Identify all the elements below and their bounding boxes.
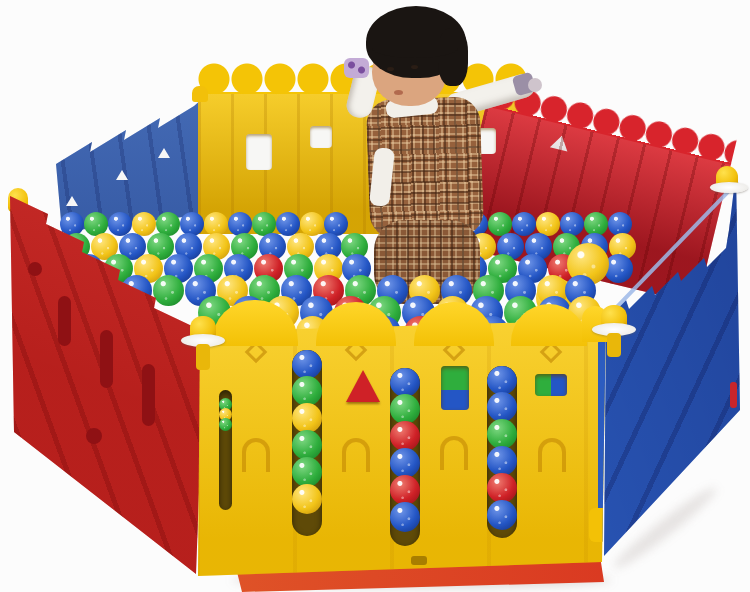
- front-panel-slot: [390, 368, 420, 546]
- ball-y: [292, 403, 322, 433]
- front-panel-slot: [292, 350, 322, 536]
- ball-g: [292, 457, 322, 487]
- ball-g: [153, 275, 184, 306]
- ball-b: [390, 502, 420, 532]
- front-panel-slot: [219, 390, 232, 510]
- panel-yellow-front: [196, 316, 610, 578]
- front-panel-window: [441, 366, 469, 410]
- ball-g: [292, 430, 322, 460]
- ball-r: [487, 473, 517, 503]
- connector-post: [196, 344, 210, 370]
- ball-g: [390, 394, 420, 424]
- connector-brim: [710, 182, 748, 193]
- panel-red-sliver: [730, 382, 737, 408]
- ball-b: [390, 448, 420, 478]
- front-panel-slot: [487, 366, 517, 538]
- ball-b: [487, 500, 517, 530]
- connector-post: [607, 333, 621, 357]
- ball-b: [487, 446, 517, 476]
- ball-y: [292, 484, 322, 514]
- panel-hole: [100, 330, 113, 388]
- triangle-window-red-ball: [346, 370, 380, 402]
- ball-b: [292, 350, 322, 379]
- ball-r: [390, 475, 420, 505]
- ball-g: [219, 418, 232, 431]
- ball-b: [487, 392, 517, 422]
- panel-hole: [28, 262, 42, 276]
- playpen-product-photo: [0, 0, 750, 592]
- front-panel-window: [535, 374, 567, 396]
- emboss-arch: [342, 438, 370, 472]
- emboss-arch: [242, 438, 270, 472]
- front-panel-bottom-hole: [411, 556, 427, 565]
- ball-g: [292, 376, 322, 406]
- ball-b: [487, 366, 517, 395]
- panel-hole: [86, 428, 102, 444]
- emboss-arch: [538, 438, 566, 472]
- ball-g: [487, 419, 517, 449]
- ball-b: [390, 368, 420, 397]
- ball-r: [390, 421, 420, 451]
- panel-hole: [142, 364, 155, 426]
- panel-hole: [58, 296, 71, 346]
- emboss-arch: [440, 436, 468, 470]
